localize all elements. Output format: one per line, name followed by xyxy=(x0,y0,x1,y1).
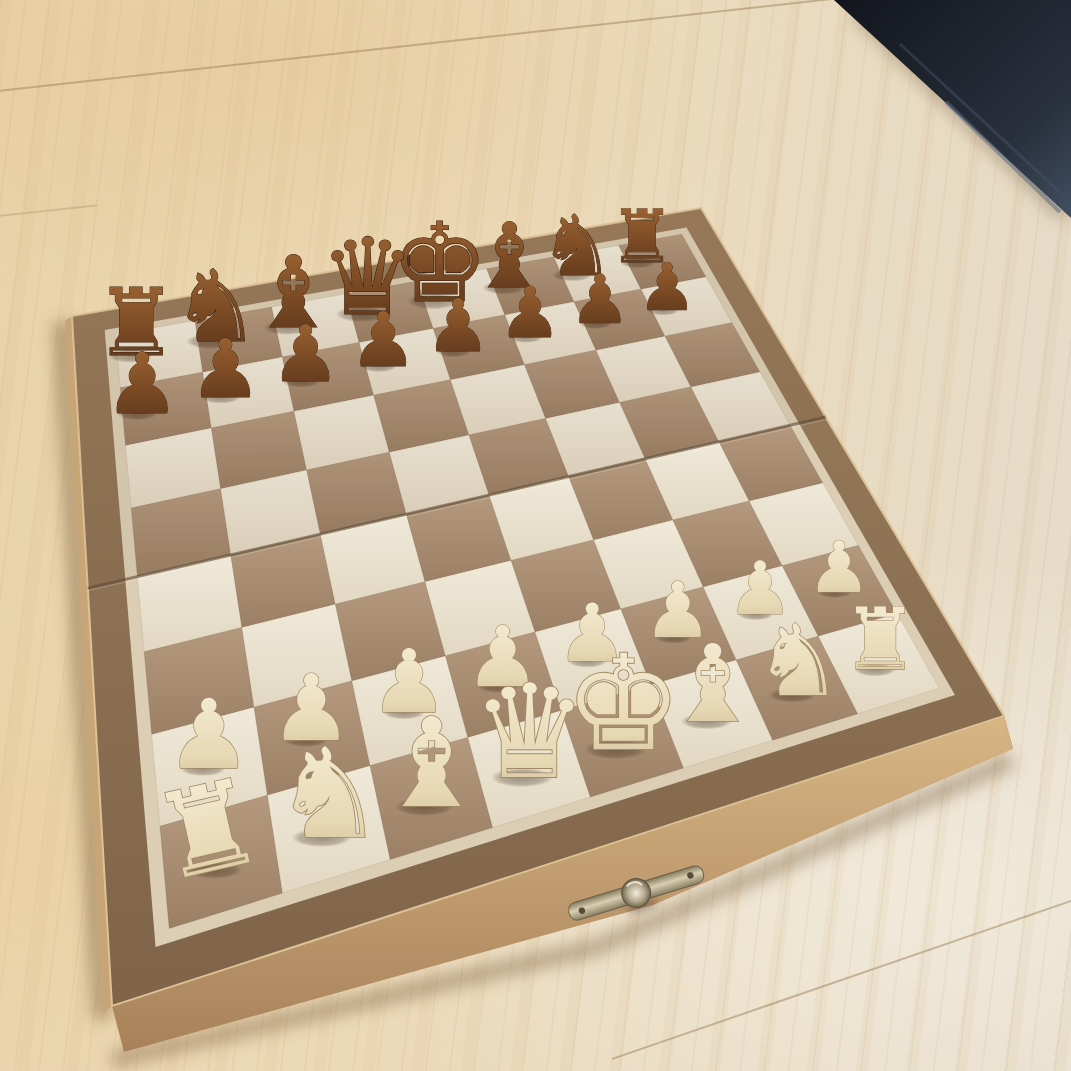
black-pawn-f7: ♟ xyxy=(499,272,562,354)
black-pawn-b7: ♟ xyxy=(189,322,262,416)
black-pawn-e7: ♟ xyxy=(425,284,490,368)
black-pawn-g7: ♟ xyxy=(569,260,630,339)
white-knight-b1: ♞ xyxy=(273,721,385,866)
folding-chess-board: ♜♞♝♚♟♛♟♝♟♞♟♜♟♟♟♟♟♟♟♟♜♟♞♟♝♟♚♟♛♝♞♜ xyxy=(0,0,1071,1071)
black-pawn-d7: ♟ xyxy=(350,296,418,384)
chess-set-photo: ♜♞♝♚♟♛♟♝♟♞♟♜♟♟♟♟♟♟♟♟♜♟♞♟♝♟♚♟♛♝♞♜ xyxy=(0,0,1071,1071)
black-pawn-h7: ♟ xyxy=(638,249,697,325)
white-queen-d1: ♛ xyxy=(472,657,588,808)
white-rook-h1: ♜ xyxy=(842,590,919,689)
white-bishop-c1: ♝ xyxy=(377,692,487,835)
white-knight-g1: ♞ xyxy=(754,603,843,718)
black-pawn-c7: ♟ xyxy=(271,309,341,399)
black-pawn-a7: ♟ xyxy=(105,335,180,433)
